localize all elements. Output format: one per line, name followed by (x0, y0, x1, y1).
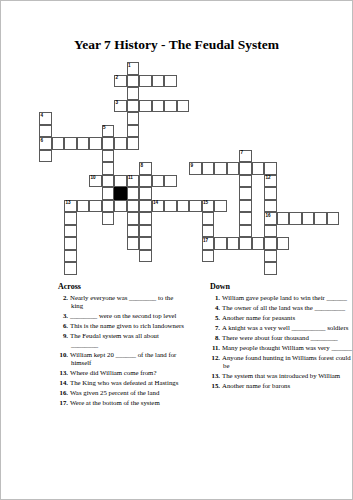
cell-number-8: 8 (141, 163, 144, 168)
cell-r10-c5[interactable] (102, 187, 115, 200)
cell-r7-c5[interactable] (102, 150, 115, 163)
across-clue-list: 2.Nearly everyone was ________ to the ki… (58, 294, 186, 408)
cell-r11-c14[interactable] (214, 200, 227, 213)
clue-down-13: 13.The system that was introduced by Wil… (210, 372, 352, 380)
clue-text: This is the name given to rich landowner… (70, 322, 184, 329)
cell-r10-c18[interactable] (264, 187, 277, 200)
cell-r10-c7[interactable] (127, 187, 140, 200)
cell-r4-c0[interactable]: 4 (39, 112, 52, 125)
black-cell (114, 187, 127, 200)
cell-r0-c7[interactable]: 1 (127, 62, 140, 75)
clue-text: Many people thought William was very ___… (222, 344, 352, 351)
clue-down-11: 11.Many people thought William was very … (210, 344, 352, 352)
cell-number-14: 14 (153, 200, 158, 205)
cell-r8-c18[interactable] (264, 162, 277, 175)
cell-r6-c6[interactable] (114, 137, 127, 150)
clue-number: 10. (58, 351, 68, 359)
cell-number-17: 17 (203, 238, 208, 243)
cell-r8-c17[interactable] (252, 162, 265, 175)
worksheet-page: Year 7 History - The Feudal System 12345… (0, 0, 353, 500)
cell-number-1: 1 (128, 63, 131, 68)
cell-r14-c7[interactable] (127, 237, 140, 250)
clue-number: 15. (210, 382, 220, 390)
clue-number: 11. (210, 344, 220, 352)
clue-number: 14. (58, 379, 68, 387)
clue-number: 17. (58, 399, 68, 407)
cell-r8-c8[interactable]: 8 (139, 162, 152, 175)
cell-r12-c7[interactable] (127, 212, 140, 225)
cell-r11-c11[interactable] (177, 200, 190, 213)
across-clues-column: Across 2.Nearly everyone was ________ to… (58, 282, 186, 409)
clue-number: 5. (210, 314, 220, 322)
cell-r13-c16[interactable] (239, 225, 252, 238)
cell-number-16: 16 (266, 213, 271, 218)
cell-r11-c18[interactable] (264, 200, 277, 213)
cell-r14-c2[interactable] (64, 237, 77, 250)
clue-down-4: 4.The owner of all the land was the ____… (210, 304, 352, 312)
cell-number-3: 3 (116, 100, 119, 105)
cell-r3-c10[interactable] (164, 100, 177, 113)
cell-r7-c0[interactable] (39, 150, 52, 163)
clue-across-2: 2.Nearly everyone was ________ to the ki… (58, 294, 186, 311)
cell-number-11: 11 (128, 175, 133, 180)
cell-r10-c8[interactable] (139, 187, 152, 200)
cell-r11-c8[interactable] (139, 200, 152, 213)
cell-r9-c4[interactable]: 10 (89, 175, 102, 188)
cell-r12-c2[interactable] (64, 212, 77, 225)
cell-r16-c2[interactable] (64, 262, 77, 275)
cell-r15-c2[interactable] (64, 250, 77, 263)
cell-r12-c18[interactable]: 16 (264, 212, 277, 225)
cell-r11-c2[interactable]: 13 (64, 200, 77, 213)
across-header: Across (58, 282, 186, 291)
cell-r12-c23[interactable] (327, 212, 340, 225)
clue-text: The owner of all the land was the ______… (222, 304, 345, 311)
cell-r14-c18[interactable] (264, 237, 277, 250)
cell-r15-c8[interactable] (139, 250, 152, 263)
clue-across-9: 9.The Feudal system was all about ______… (58, 332, 186, 349)
cell-r14-c19[interactable] (277, 237, 290, 250)
clue-across-13: 13.Where did William come from? (58, 369, 186, 377)
clue-text: The system that was introduced by Willia… (222, 372, 340, 379)
cell-r8-c13[interactable] (202, 162, 215, 175)
cell-r14-c8[interactable] (139, 237, 152, 250)
cell-number-12: 12 (266, 175, 271, 180)
cell-r9-c16[interactable] (239, 175, 252, 188)
clue-number: 4. (210, 304, 220, 312)
cell-r14-c17[interactable] (252, 237, 265, 250)
cell-r16-c18[interactable] (264, 262, 277, 275)
clue-down-12: 12.Anyone found hunting in Williams fore… (210, 354, 352, 371)
clue-text: A knight was a very well __________ sold… (222, 324, 348, 331)
clue-across-3: 3.________ were on the second top level (58, 312, 186, 320)
cell-r9-c18[interactable]: 12 (264, 175, 277, 188)
cell-r15-c18[interactable] (264, 250, 277, 263)
clue-across-6: 6.This is the name given to rich landown… (58, 322, 186, 330)
cell-r8-c15[interactable] (227, 162, 240, 175)
crossword-grid: 1234567891011121314151617 (39, 62, 341, 276)
cell-number-10: 10 (91, 175, 96, 180)
cell-r6-c2[interactable] (64, 137, 77, 150)
clue-number: 13. (210, 372, 220, 380)
cell-r14-c14[interactable] (214, 237, 227, 250)
cell-r11-c3[interactable] (77, 200, 90, 213)
clue-across-17: 17.Were at the bottom of the system (58, 399, 186, 407)
cell-r1-c9[interactable] (152, 75, 165, 88)
clues-section: Across 2.Nearly everyone was ________ to… (58, 282, 352, 409)
clue-down-1: 1.William gave people land to win their … (210, 294, 352, 302)
cell-r3-c9[interactable] (152, 100, 165, 113)
cell-r9-c7[interactable]: 11 (127, 175, 140, 188)
clue-text: Was given 25 percent of the land (70, 389, 159, 396)
down-header: Down (210, 282, 352, 291)
cell-r12-c21[interactable] (302, 212, 315, 225)
clue-across-16: 16.Was given 25 percent of the land (58, 389, 186, 397)
cell-r11-c12[interactable] (189, 200, 202, 213)
page-title: Year 7 History - The Feudal System (1, 37, 352, 53)
cell-r9-c10[interactable] (164, 175, 177, 188)
cell-r1-c10[interactable] (164, 75, 177, 88)
cell-r9-c8[interactable] (139, 175, 152, 188)
clue-number: 2. (58, 294, 68, 302)
cell-r3-c8[interactable] (139, 100, 152, 113)
cell-r7-c16[interactable]: 7 (239, 150, 252, 163)
clue-text: William gave people land to win their __… (222, 294, 347, 301)
clue-text: The King who was defeated at Hastings (70, 379, 178, 386)
clue-text: Were at the bottom of the system (70, 399, 160, 406)
clue-text: Another name for peasants (222, 314, 295, 321)
cell-r11-c16[interactable] (239, 200, 252, 213)
cell-number-9: 9 (191, 163, 194, 168)
cell-r5-c7[interactable] (127, 125, 140, 138)
cell-r14-c13[interactable]: 17 (202, 237, 215, 250)
cell-r3-c7[interactable] (127, 100, 140, 113)
cell-r12-c22[interactable] (314, 212, 327, 225)
cell-r6-c1[interactable] (52, 137, 65, 150)
clue-number: 6. (58, 322, 68, 330)
clue-down-8: 8.There were about four thousand _______… (210, 334, 352, 342)
cell-number-15: 15 (203, 200, 208, 205)
cell-r6-c3[interactable] (77, 137, 90, 150)
cell-r9-c5[interactable] (102, 175, 115, 188)
cell-r11-c9[interactable]: 14 (152, 200, 165, 213)
clue-across-10: 10.William kept 20 ______ of the land fo… (58, 351, 186, 368)
clue-number: 8. (210, 334, 220, 342)
clue-number: 1. (210, 294, 220, 302)
clue-text: Another name for barons (222, 382, 290, 389)
cell-r1-c7[interactable] (127, 75, 140, 88)
cell-r13-c8[interactable] (139, 225, 152, 238)
clue-text: William kept 20 ______ of the land for h… (70, 351, 176, 366)
cell-r6-c4[interactable] (89, 137, 102, 150)
cell-r12-c5[interactable] (102, 212, 115, 225)
cell-r12-c16[interactable] (239, 212, 252, 225)
cell-r10-c16[interactable] (239, 187, 252, 200)
clue-down-5: 5.Another name for peasants (210, 314, 352, 322)
cell-r12-c19[interactable] (277, 212, 290, 225)
clue-down-7: 7.A knight was a very well __________ so… (210, 324, 352, 332)
cell-number-13: 13 (66, 200, 71, 205)
clue-down-15: 15.Another name for barons (210, 382, 352, 390)
clue-number: 13. (58, 369, 68, 377)
cell-r11-c13[interactable]: 15 (202, 200, 215, 213)
cell-r2-c7[interactable] (127, 87, 140, 100)
cell-r12-c13[interactable] (202, 212, 215, 225)
cell-r13-c7[interactable] (127, 225, 140, 238)
cell-r6-c0[interactable]: 6 (39, 137, 52, 150)
cell-r1-c6[interactable]: 2 (114, 75, 127, 88)
cell-r12-c8[interactable] (139, 212, 152, 225)
cell-r3-c6[interactable]: 3 (114, 100, 127, 113)
cell-r14-c16[interactable] (239, 237, 252, 250)
cell-r1-c8[interactable] (139, 75, 152, 88)
cell-r11-c4[interactable] (89, 200, 102, 213)
cell-r9-c6[interactable] (114, 175, 127, 188)
cell-r11-c6[interactable] (114, 200, 127, 213)
clue-text: Where did William come from? (70, 369, 156, 376)
cell-r14-c15[interactable] (227, 237, 240, 250)
cell-number-6: 6 (41, 138, 44, 143)
cell-r6-c7[interactable] (127, 137, 140, 150)
clue-number: 9. (58, 332, 68, 340)
cell-r3-c11[interactable] (177, 100, 190, 113)
cell-r13-c2[interactable] (64, 225, 77, 238)
cell-r6-c5[interactable] (102, 137, 115, 150)
cell-r12-c20[interactable] (289, 212, 302, 225)
down-clues-column: Down 1.William gave people land to win t… (210, 282, 352, 409)
clue-text: There were about four thousand ________ (222, 334, 338, 341)
cell-r11-c7[interactable] (127, 200, 140, 213)
cell-r5-c0[interactable] (39, 125, 52, 138)
cell-r5-c5[interactable]: 5 (102, 125, 115, 138)
cell-r11-c5[interactable] (102, 200, 115, 213)
cell-number-4: 4 (41, 113, 44, 118)
clue-number: 16. (58, 389, 68, 397)
cell-r8-c5[interactable] (102, 162, 115, 175)
cell-r8-c14[interactable] (214, 162, 227, 175)
cell-r4-c7[interactable] (127, 112, 140, 125)
clue-text: Nearly everyone was ________ to the king (70, 294, 173, 309)
cell-r8-c16[interactable] (239, 162, 252, 175)
clue-text: Anyone found hunting in Williams forest … (222, 354, 351, 369)
clue-text: The Feudal system was all about ________ (70, 332, 159, 347)
cell-number-7: 7 (241, 150, 244, 155)
cell-r13-c13[interactable] (202, 225, 215, 238)
clue-text: ________ were on the second top level (70, 312, 176, 319)
cell-number-2: 2 (116, 75, 119, 80)
clue-number: 7. (210, 324, 220, 332)
cell-r8-c12[interactable]: 9 (189, 162, 202, 175)
cell-r15-c13[interactable] (202, 250, 215, 263)
cell-number-5: 5 (103, 125, 106, 130)
clue-number: 12. (210, 354, 220, 362)
down-clue-list: 1.William gave people land to win their … (210, 294, 352, 391)
cell-r13-c18[interactable] (264, 225, 277, 238)
cell-r11-c10[interactable] (164, 200, 177, 213)
clue-across-14: 14.The King who was defeated at Hastings (58, 379, 186, 387)
cell-r9-c9[interactable] (152, 175, 165, 188)
clue-number: 3. (58, 312, 68, 320)
